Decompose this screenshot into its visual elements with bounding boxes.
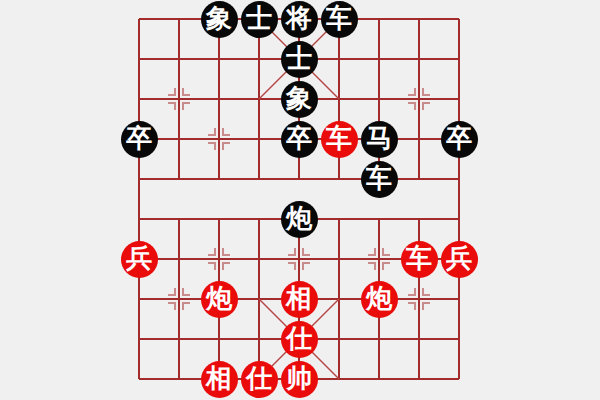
- piece-black-soldier[interactable]: 卒: [441, 121, 478, 158]
- piece-red-general[interactable]: 帅: [281, 361, 318, 398]
- piece-black-chariot[interactable]: 车: [321, 1, 358, 38]
- piece-black-soldier[interactable]: 卒: [281, 121, 318, 158]
- xiangqi-board: 象士将车士象卒卒车马卒车炮兵车兵炮相炮仕相仕帅: [139, 19, 459, 379]
- board-point: 象: [279, 79, 319, 119]
- board-point: 车: [359, 159, 399, 199]
- board-point: 士: [279, 39, 319, 79]
- piece-red-cannon[interactable]: 炮: [201, 281, 238, 318]
- board-point: 仕: [279, 319, 319, 359]
- xiangqi-screen: 象士将车士象卒卒车马卒车炮兵车兵炮相炮仕相仕帅: [0, 0, 600, 400]
- board-point: 卒: [119, 119, 159, 159]
- board-point: 炮: [359, 279, 399, 319]
- piece-black-general[interactable]: 将: [281, 1, 318, 38]
- piece-red-chariot[interactable]: 车: [401, 241, 438, 278]
- board-point: 卒: [279, 119, 319, 159]
- piece-black-advisor[interactable]: 士: [281, 41, 318, 78]
- board-point: 兵: [439, 239, 479, 279]
- board-point: 车: [319, 119, 359, 159]
- piece-red-advisor[interactable]: 仕: [241, 361, 278, 398]
- piece-black-horse[interactable]: 马: [361, 121, 398, 158]
- piece-black-soldier[interactable]: 卒: [121, 121, 158, 158]
- board-point: 兵: [119, 239, 159, 279]
- board-point: 马: [359, 119, 399, 159]
- board-point: 帅: [279, 359, 319, 399]
- piece-red-elephant[interactable]: 相: [281, 281, 318, 318]
- board-point: 车: [319, 0, 359, 39]
- piece-red-soldier[interactable]: 兵: [121, 241, 158, 278]
- piece-black-chariot[interactable]: 车: [361, 161, 398, 198]
- board-point: 将: [279, 0, 319, 39]
- board-point: 炮: [279, 199, 319, 239]
- board-point: 车: [399, 239, 439, 279]
- piece-black-elephant[interactable]: 象: [281, 81, 318, 118]
- board-point: 仕: [239, 359, 279, 399]
- board-point: 象: [199, 0, 239, 39]
- piece-red-cannon[interactable]: 炮: [361, 281, 398, 318]
- pieces-layer: 象士将车士象卒卒车马卒车炮兵车兵炮相炮仕相仕帅: [119, 0, 479, 399]
- piece-black-advisor[interactable]: 士: [241, 1, 278, 38]
- piece-red-chariot[interactable]: 车: [321, 121, 358, 158]
- board-point: 相: [279, 279, 319, 319]
- board-point: 卒: [439, 119, 479, 159]
- board-point: 士: [239, 0, 279, 39]
- piece-red-soldier[interactable]: 兵: [441, 241, 478, 278]
- piece-red-elephant[interactable]: 相: [201, 361, 238, 398]
- board-point: 炮: [199, 279, 239, 319]
- piece-black-elephant[interactable]: 象: [201, 1, 238, 38]
- piece-black-cannon[interactable]: 炮: [281, 201, 318, 238]
- board-point: 相: [199, 359, 239, 399]
- piece-red-advisor[interactable]: 仕: [281, 321, 318, 358]
